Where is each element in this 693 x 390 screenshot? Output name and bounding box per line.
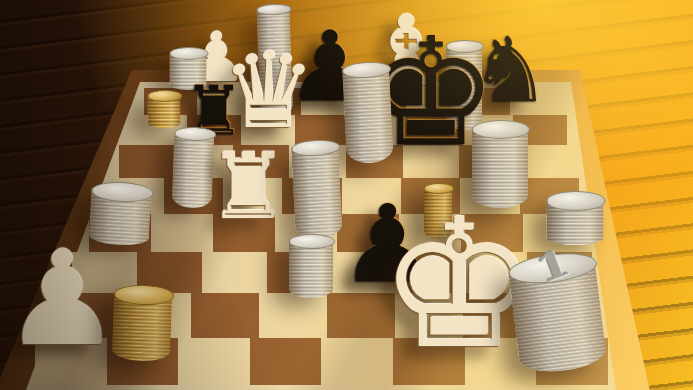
coin-top-face — [170, 47, 209, 60]
coin-stack-edges — [291, 145, 343, 240]
coin-stack-silver-e6[interactable] — [342, 67, 394, 164]
piece-white-pawn-a1[interactable]: ♟ — [3, 240, 120, 358]
coin-stack-silver-d3[interactable] — [289, 240, 333, 298]
coin-stack-gold-b1[interactable] — [112, 292, 172, 362]
coin-stack-silver-d4[interactable] — [291, 145, 343, 240]
piece-white-rook-c4[interactable]: ♜ — [207, 146, 289, 228]
coin-stack-silver-h4[interactable] — [547, 199, 604, 245]
square-d1 — [250, 338, 322, 385]
square-b4 — [151, 214, 213, 252]
coin-stack-silver-h1[interactable]: 1 — [508, 261, 607, 376]
coin-stack-edges — [342, 67, 394, 164]
scene: 1♟♟♝♞♜♛♚♜♟♚♟ — [0, 0, 693, 390]
square-a6 — [119, 145, 176, 178]
square-c2 — [191, 293, 259, 338]
square-c3 — [202, 252, 267, 293]
coin-stack-gold-a7[interactable] — [147, 95, 180, 128]
square-c1 — [178, 338, 250, 385]
square-d2 — [259, 293, 327, 338]
